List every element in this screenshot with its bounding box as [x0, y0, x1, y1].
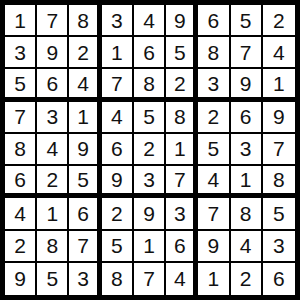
cell-r2c2: 9	[37, 37, 69, 69]
cell-r6c2: 2	[37, 166, 69, 198]
cell-r9c1: 9	[5, 263, 37, 295]
cell-r2c7: 8	[198, 37, 230, 69]
cell-r4c4: 4	[102, 102, 134, 134]
cell-r6c4: 9	[102, 166, 134, 198]
cell-r3c8: 9	[231, 69, 263, 101]
cell-r9c8: 2	[231, 263, 263, 295]
cell-r7c6: 3	[166, 198, 198, 230]
cell-r6c5: 3	[134, 166, 166, 198]
cell-r5c5: 2	[134, 134, 166, 166]
cell-r4c9: 9	[263, 102, 295, 134]
cell-r5c6: 1	[166, 134, 198, 166]
cell-r9c7: 1	[198, 263, 230, 295]
cell-r1c4: 3	[102, 5, 134, 37]
cell-r4c1: 7	[5, 102, 37, 134]
cell-r4c2: 3	[37, 102, 69, 134]
cell-r5c9: 7	[263, 134, 295, 166]
cell-r7c4: 2	[102, 198, 134, 230]
cell-r5c4: 6	[102, 134, 134, 166]
cell-r1c9: 2	[263, 5, 295, 37]
cell-r6c9: 8	[263, 166, 295, 198]
cell-r7c9: 5	[263, 198, 295, 230]
cell-r6c6: 7	[166, 166, 198, 198]
cell-r2c8: 7	[231, 37, 263, 69]
cell-r7c7: 7	[198, 198, 230, 230]
cell-r6c8: 1	[231, 166, 263, 198]
cell-r9c4: 8	[102, 263, 134, 295]
cell-r5c7: 5	[198, 134, 230, 166]
cell-r3c7: 3	[198, 69, 230, 101]
cell-r8c2: 8	[37, 231, 69, 263]
cell-r4c3: 1	[69, 102, 101, 134]
cell-r2c5: 6	[134, 37, 166, 69]
cell-r3c3: 4	[69, 69, 101, 101]
cell-r6c1: 6	[5, 166, 37, 198]
cell-r1c8: 5	[231, 5, 263, 37]
cell-r5c1: 8	[5, 134, 37, 166]
cell-r7c5: 9	[134, 198, 166, 230]
cell-r1c3: 8	[69, 5, 101, 37]
cell-r8c6: 6	[166, 231, 198, 263]
cell-r6c3: 5	[69, 166, 101, 198]
cell-r5c8: 3	[231, 134, 263, 166]
cell-r8c1: 2	[5, 231, 37, 263]
cell-r3c4: 7	[102, 69, 134, 101]
cell-r4c8: 6	[231, 102, 263, 134]
cell-r4c5: 5	[134, 102, 166, 134]
cell-r1c7: 6	[198, 5, 230, 37]
cell-r1c6: 9	[166, 5, 198, 37]
cell-r9c2: 5	[37, 263, 69, 295]
cell-r3c5: 8	[134, 69, 166, 101]
cell-r7c3: 6	[69, 198, 101, 230]
cell-r9c3: 3	[69, 263, 101, 295]
cell-r4c6: 8	[166, 102, 198, 134]
cell-r8c9: 3	[263, 231, 295, 263]
cell-r2c4: 1	[102, 37, 134, 69]
sudoku-board: 1783496523921658745647823917314582698496…	[0, 0, 300, 300]
cell-r5c2: 4	[37, 134, 69, 166]
cell-r3c1: 5	[5, 69, 37, 101]
cell-r7c8: 8	[231, 198, 263, 230]
cell-r3c2: 6	[37, 69, 69, 101]
cell-r8c3: 7	[69, 231, 101, 263]
cell-r7c2: 1	[37, 198, 69, 230]
cell-r5c3: 9	[69, 134, 101, 166]
cell-r8c5: 1	[134, 231, 166, 263]
cell-r3c6: 2	[166, 69, 198, 101]
cell-r2c9: 4	[263, 37, 295, 69]
cell-r9c5: 7	[134, 263, 166, 295]
cell-r9c6: 4	[166, 263, 198, 295]
cell-r8c8: 4	[231, 231, 263, 263]
cell-r1c5: 4	[134, 5, 166, 37]
cell-r8c7: 9	[198, 231, 230, 263]
cell-r4c7: 2	[198, 102, 230, 134]
cell-r1c2: 7	[37, 5, 69, 37]
cell-r2c6: 5	[166, 37, 198, 69]
cell-r2c3: 2	[69, 37, 101, 69]
cell-r3c9: 1	[263, 69, 295, 101]
cell-r9c9: 6	[263, 263, 295, 295]
cell-r8c4: 5	[102, 231, 134, 263]
cell-r1c1: 1	[5, 5, 37, 37]
cell-r2c1: 3	[5, 37, 37, 69]
cell-r6c7: 4	[198, 166, 230, 198]
cell-r7c1: 4	[5, 198, 37, 230]
